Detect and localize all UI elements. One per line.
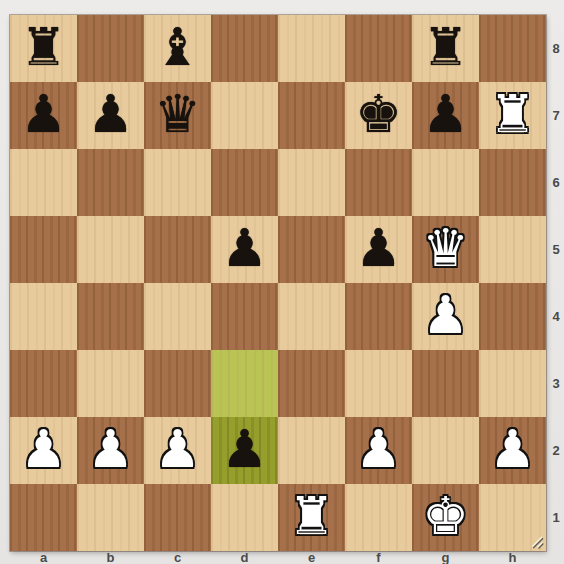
white-pawn-c2[interactable]: ♟	[144, 415, 211, 482]
black-pawn-b7[interactable]: ♟	[77, 80, 144, 147]
file-label-f: f	[345, 551, 412, 564]
white-pawn-a2[interactable]: ♟	[10, 415, 77, 482]
square-h1[interactable]	[479, 484, 546, 551]
square-a3[interactable]	[10, 350, 77, 417]
square-g6[interactable]	[412, 149, 479, 216]
file-label-d: d	[211, 551, 278, 564]
square-d1[interactable]	[211, 484, 278, 551]
square-g5[interactable]: ♛	[412, 216, 479, 283]
square-b8[interactable]	[77, 15, 144, 82]
white-rook-e1[interactable]: ♜	[278, 482, 345, 549]
square-d6[interactable]	[211, 149, 278, 216]
file-label-h: h	[479, 551, 546, 564]
square-c2[interactable]: ♟	[144, 417, 211, 484]
square-f4[interactable]	[345, 283, 412, 350]
square-h4[interactable]	[479, 283, 546, 350]
rank-label-2: 2	[549, 417, 563, 484]
square-b2[interactable]: ♟	[77, 417, 144, 484]
square-d7[interactable]	[211, 82, 278, 149]
square-a6[interactable]	[10, 149, 77, 216]
square-c8[interactable]: ♝	[144, 15, 211, 82]
square-e4[interactable]	[278, 283, 345, 350]
white-rook-h7[interactable]: ♜	[479, 80, 546, 147]
square-d8[interactable]	[211, 15, 278, 82]
rank-label-6: 6	[549, 149, 563, 216]
square-g4[interactable]: ♟	[412, 283, 479, 350]
square-e7[interactable]	[278, 82, 345, 149]
black-rook-a8[interactable]: ♜	[10, 13, 77, 80]
square-c5[interactable]	[144, 216, 211, 283]
black-pawn-g7[interactable]: ♟	[412, 80, 479, 147]
black-bishop-c8[interactable]: ♝	[144, 13, 211, 80]
file-label-c: c	[144, 551, 211, 564]
square-b5[interactable]	[77, 216, 144, 283]
square-h8[interactable]	[479, 15, 546, 82]
white-queen-g5[interactable]: ♛	[412, 214, 479, 281]
square-c6[interactable]	[144, 149, 211, 216]
square-b6[interactable]	[77, 149, 144, 216]
black-pawn-d5[interactable]: ♟	[211, 214, 278, 281]
square-g3[interactable]	[412, 350, 479, 417]
square-g2[interactable]	[412, 417, 479, 484]
square-a1[interactable]	[10, 484, 77, 551]
square-h2[interactable]: ♟	[479, 417, 546, 484]
white-king-g1[interactable]: ♚	[412, 482, 479, 549]
square-b3[interactable]	[77, 350, 144, 417]
square-d2[interactable]: ♟	[211, 417, 278, 484]
file-label-a: a	[10, 551, 77, 564]
rank-label-8: 8	[549, 15, 563, 82]
rank-label-1: 1	[549, 484, 563, 551]
square-b1[interactable]	[77, 484, 144, 551]
black-queen-c7[interactable]: ♛	[144, 80, 211, 147]
square-c4[interactable]	[144, 283, 211, 350]
file-label-g: g	[412, 551, 479, 564]
square-f2[interactable]: ♟	[345, 417, 412, 484]
square-h3[interactable]	[479, 350, 546, 417]
square-d3[interactable]	[211, 350, 278, 417]
square-e8[interactable]	[278, 15, 345, 82]
square-h6[interactable]	[479, 149, 546, 216]
square-g1[interactable]: ♚	[412, 484, 479, 551]
square-f1[interactable]	[345, 484, 412, 551]
rank-label-3: 3	[549, 350, 563, 417]
square-h5[interactable]	[479, 216, 546, 283]
white-pawn-g4[interactable]: ♟	[412, 281, 479, 348]
square-c7[interactable]: ♛	[144, 82, 211, 149]
square-f6[interactable]	[345, 149, 412, 216]
square-a2[interactable]: ♟	[10, 417, 77, 484]
rank-labels: 87654321	[549, 15, 563, 551]
square-g8[interactable]: ♜	[412, 15, 479, 82]
rank-label-4: 4	[549, 283, 563, 350]
black-pawn-f5[interactable]: ♟	[345, 214, 412, 281]
white-pawn-h2[interactable]: ♟	[479, 415, 546, 482]
square-a8[interactable]: ♜	[10, 15, 77, 82]
file-label-b: b	[77, 551, 144, 564]
square-e2[interactable]	[278, 417, 345, 484]
square-b7[interactable]: ♟	[77, 82, 144, 149]
file-labels: abcdefgh	[10, 551, 546, 564]
square-c3[interactable]	[144, 350, 211, 417]
square-e3[interactable]	[278, 350, 345, 417]
square-a4[interactable]	[10, 283, 77, 350]
square-e5[interactable]	[278, 216, 345, 283]
square-a7[interactable]: ♟	[10, 82, 77, 149]
file-label-e: e	[278, 551, 345, 564]
white-pawn-b2[interactable]: ♟	[77, 415, 144, 482]
resize-handle-icon[interactable]	[530, 535, 544, 549]
square-g7[interactable]: ♟	[412, 82, 479, 149]
rank-label-7: 7	[549, 82, 563, 149]
rank-label-5: 5	[549, 216, 563, 283]
chess-board: ♜♝♜♟♟♛♚♟♜♟♟♛♟♟♟♟♟♟♟♜♚	[10, 15, 546, 551]
square-d5[interactable]: ♟	[211, 216, 278, 283]
square-h7[interactable]: ♜	[479, 82, 546, 149]
square-f7[interactable]: ♚	[345, 82, 412, 149]
square-f8[interactable]	[345, 15, 412, 82]
black-pawn-d2[interactable]: ♟	[211, 415, 278, 482]
black-rook-g8[interactable]: ♜	[412, 13, 479, 80]
black-pawn-a7[interactable]: ♟	[10, 80, 77, 147]
square-d4[interactable]	[211, 283, 278, 350]
square-f3[interactable]	[345, 350, 412, 417]
square-e6[interactable]	[278, 149, 345, 216]
square-e1[interactable]: ♜	[278, 484, 345, 551]
square-f5[interactable]: ♟	[345, 216, 412, 283]
page-background: { "game": "chess", "position": { "fen": …	[0, 0, 564, 564]
white-pawn-f2[interactable]: ♟	[345, 415, 412, 482]
square-a5[interactable]	[10, 216, 77, 283]
black-king-f7[interactable]: ♚	[345, 80, 412, 147]
square-b4[interactable]	[77, 283, 144, 350]
square-c1[interactable]	[144, 484, 211, 551]
